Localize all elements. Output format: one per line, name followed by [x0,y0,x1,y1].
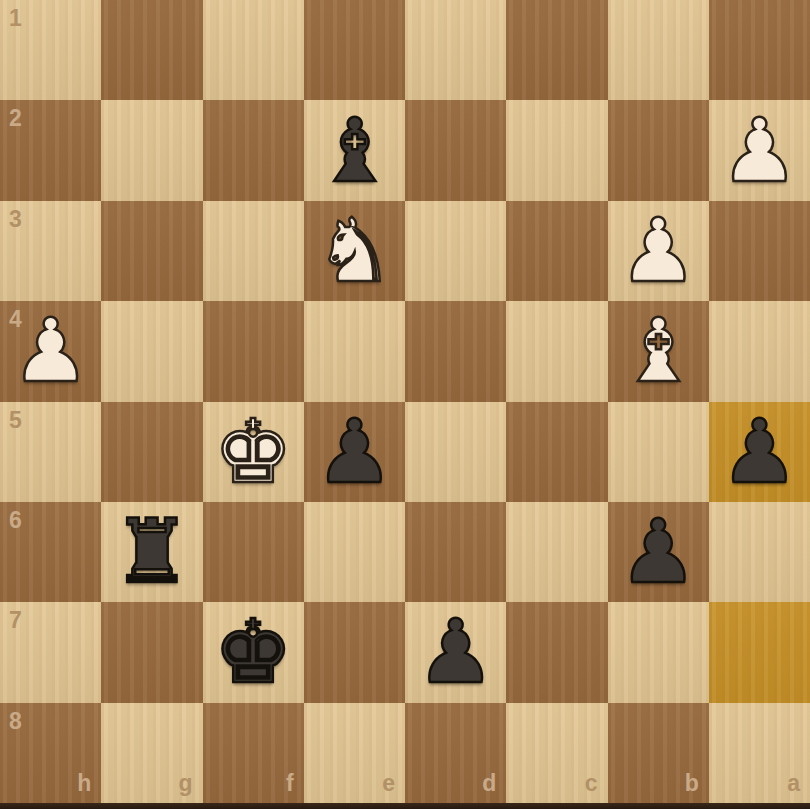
rank-label-3: 3 [9,206,22,233]
file-label-b: b [685,770,699,797]
square-b2[interactable] [608,100,709,200]
square-d3[interactable] [405,201,506,301]
rank-label-8: 8 [9,708,22,735]
square-h7[interactable]: 7 [0,602,101,702]
square-b1[interactable] [608,0,709,100]
square-d4[interactable] [405,301,506,401]
square-h3[interactable]: 3 [0,201,101,301]
square-f2[interactable] [203,100,304,200]
square-g4[interactable] [101,301,202,401]
square-a8[interactable]: a [709,703,810,803]
square-a3[interactable] [709,201,810,301]
square-f4[interactable] [203,301,304,401]
square-a7[interactable] [709,602,810,702]
square-b3[interactable]: ♟ [608,201,709,301]
black-pawn-piece[interactable]: ♟ [315,408,394,496]
square-e2[interactable]: ♝ [304,100,405,200]
square-f5[interactable]: ♚ [203,402,304,502]
black-pawn-piece[interactable]: ♟ [416,608,495,696]
white-king-piece[interactable]: ♚ [214,408,293,496]
square-c6[interactable] [506,502,607,602]
square-c2[interactable] [506,100,607,200]
black-king-piece[interactable]: ♚ [214,608,293,696]
file-label-d: d [482,770,496,797]
square-c1[interactable] [506,0,607,100]
white-pawn-piece[interactable]: ♟ [619,207,698,295]
file-label-f: f [286,770,294,797]
square-a4[interactable] [709,301,810,401]
square-e8[interactable]: e [304,703,405,803]
white-knight-piece[interactable]: ♞ [315,207,394,295]
square-a5[interactable]: ♟ [709,402,810,502]
square-f7[interactable]: ♚ [203,602,304,702]
square-d1[interactable] [405,0,506,100]
square-f1[interactable] [203,0,304,100]
chess-board: 12♝♟3♞♟4♟♝5♚♟♟6♜♟7♚♟8hgfedcba [0,0,810,803]
file-label-a: a [787,770,800,797]
square-c4[interactable] [506,301,607,401]
square-f3[interactable] [203,201,304,301]
square-e4[interactable] [304,301,405,401]
square-e1[interactable] [304,0,405,100]
white-pawn-piece[interactable]: ♟ [720,107,799,195]
black-bishop-piece[interactable]: ♝ [315,107,394,195]
square-h4[interactable]: 4♟ [0,301,101,401]
square-g5[interactable] [101,402,202,502]
square-d8[interactable]: d [405,703,506,803]
square-g2[interactable] [101,100,202,200]
square-g6[interactable]: ♜ [101,502,202,602]
square-c7[interactable] [506,602,607,702]
square-b7[interactable] [608,602,709,702]
bottom-edge-bar [0,803,810,809]
square-e6[interactable] [304,502,405,602]
square-h2[interactable]: 2 [0,100,101,200]
square-a6[interactable] [709,502,810,602]
rank-label-5: 5 [9,407,22,434]
square-h1[interactable]: 1 [0,0,101,100]
rank-label-1: 1 [9,5,22,32]
square-f8[interactable]: f [203,703,304,803]
file-label-g: g [178,770,192,797]
square-b8[interactable]: b [608,703,709,803]
black-pawn-piece[interactable]: ♟ [619,508,698,596]
white-bishop-piece[interactable]: ♝ [619,307,698,395]
rank-label-2: 2 [9,105,22,132]
square-e3[interactable]: ♞ [304,201,405,301]
black-pawn-piece[interactable]: ♟ [720,408,799,496]
square-a2[interactable]: ♟ [709,100,810,200]
rank-label-7: 7 [9,607,22,634]
square-c8[interactable]: c [506,703,607,803]
square-d6[interactable] [405,502,506,602]
square-d7[interactable]: ♟ [405,602,506,702]
square-h6[interactable]: 6 [0,502,101,602]
square-b4[interactable]: ♝ [608,301,709,401]
white-pawn-piece[interactable]: ♟ [11,307,90,395]
square-h8[interactable]: 8h [0,703,101,803]
square-g8[interactable]: g [101,703,202,803]
square-e7[interactable] [304,602,405,702]
square-b5[interactable] [608,402,709,502]
file-label-e: e [382,770,395,797]
file-label-h: h [77,770,91,797]
square-g3[interactable] [101,201,202,301]
square-c3[interactable] [506,201,607,301]
file-label-c: c [585,770,598,797]
square-h5[interactable]: 5 [0,402,101,502]
square-g1[interactable] [101,0,202,100]
rank-label-6: 6 [9,507,22,534]
square-f6[interactable] [203,502,304,602]
square-g7[interactable] [101,602,202,702]
square-a1[interactable] [709,0,810,100]
square-d5[interactable] [405,402,506,502]
square-e5[interactable]: ♟ [304,402,405,502]
square-d2[interactable] [405,100,506,200]
chess-app-window: 12♝♟3♞♟4♟♝5♚♟♟6♜♟7♚♟8hgfedcba [0,0,810,809]
black-rook-piece[interactable]: ♜ [112,508,191,596]
square-c5[interactable] [506,402,607,502]
square-b6[interactable]: ♟ [608,502,709,602]
